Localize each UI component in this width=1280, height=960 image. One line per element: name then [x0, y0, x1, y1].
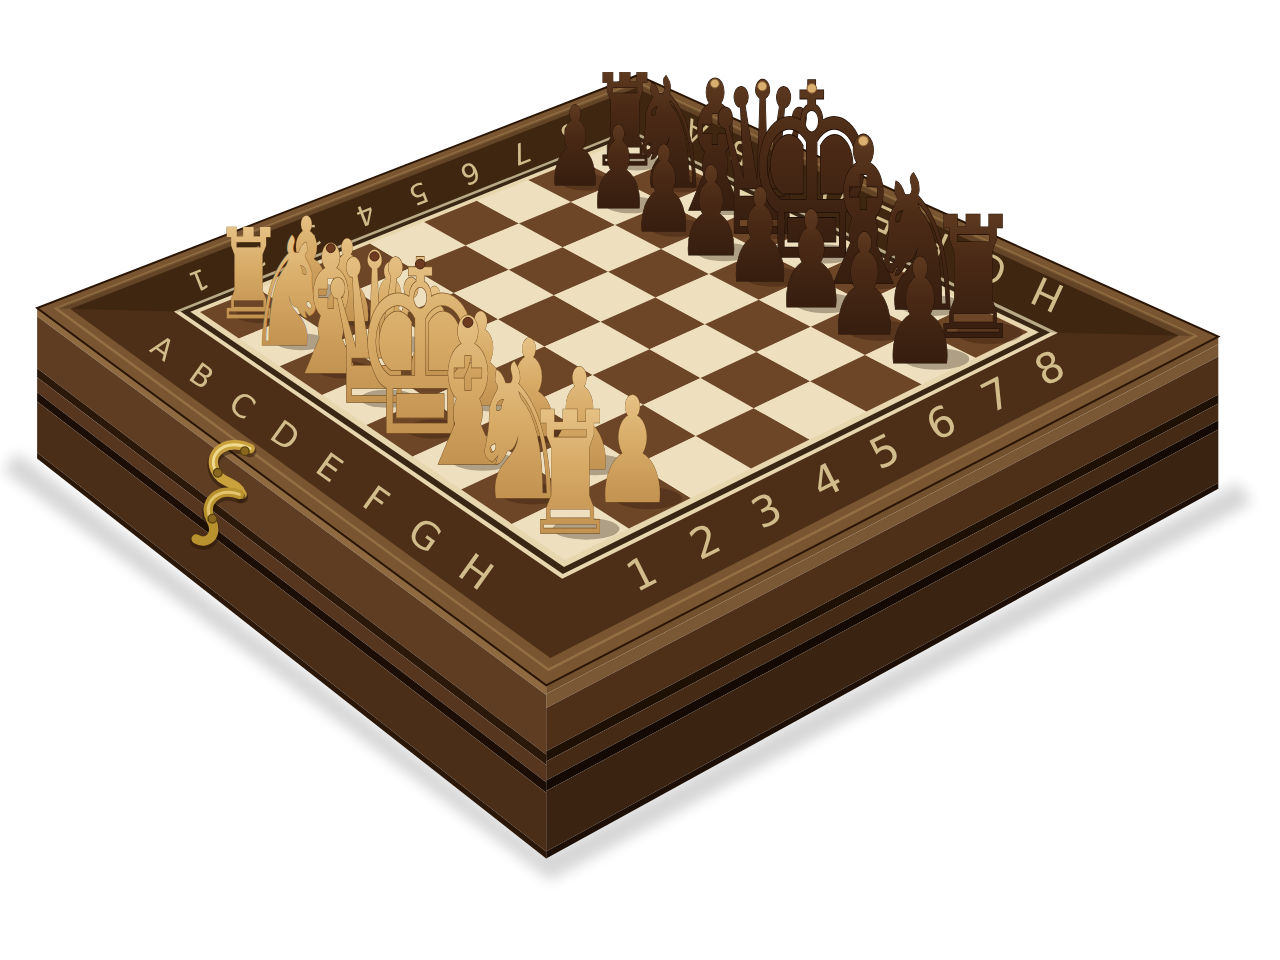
board-photo-svg: AA11BB22CC33DD44EE55FF66GG77HH88♜♟♞♟♝♟♛♟…: [0, 0, 1280, 960]
piece-white-rook-h1[interactable]: ♜: [523, 375, 617, 572]
piece-finial: [807, 84, 817, 94]
piece-black-pawn-h7[interactable]: ♟: [879, 227, 960, 398]
latch-screw-0: [240, 447, 249, 456]
piece-finial: [415, 259, 425, 269]
latch-screw-2: [208, 514, 217, 523]
chess-box-photo: chess AA11BB22CC33DD44EE55FF66GG77HH88♜♟…: [0, 0, 1280, 960]
latch-screw-1: [213, 468, 222, 477]
